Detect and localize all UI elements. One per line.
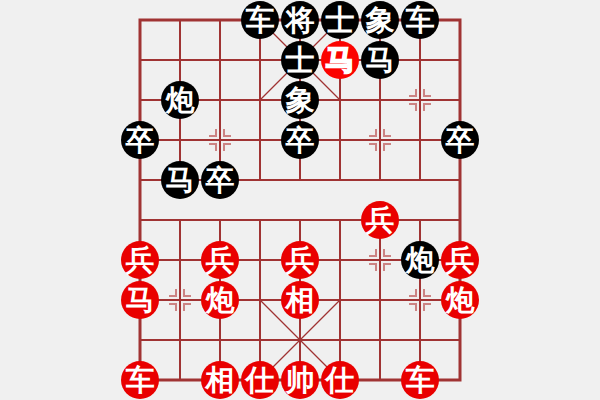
black-soldier[interactable]: 卒 [121,121,159,159]
xiangqi-board[interactable]: 车将士象车士马马炮象卒卒卒马卒兵兵兵兵炮兵马炮相炮车相仕帅仕车 [0,0,600,400]
red-soldier[interactable]: 兵 [361,201,399,239]
red-advisor[interactable]: 仕 [321,361,359,399]
black-general[interactable]: 将 [281,1,319,39]
black-advisor[interactable]: 士 [281,41,319,79]
last-move-red-horse[interactable]: 马 [321,41,359,79]
red-advisor[interactable]: 仕 [241,361,279,399]
black-cannon[interactable]: 炮 [401,241,439,279]
black-advisor[interactable]: 士 [321,1,359,39]
red-chariot[interactable]: 车 [121,361,159,399]
black-elephant[interactable]: 象 [281,81,319,119]
red-soldier[interactable]: 兵 [201,241,239,279]
red-cannon[interactable]: 炮 [441,281,479,319]
red-elephant[interactable]: 相 [281,281,319,319]
red-soldier[interactable]: 兵 [281,241,319,279]
black-soldier[interactable]: 卒 [281,121,319,159]
black-elephant[interactable]: 象 [361,1,399,39]
black-soldier[interactable]: 卒 [201,161,239,199]
black-soldier[interactable]: 卒 [441,121,479,159]
red-chariot[interactable]: 车 [401,361,439,399]
red-soldier[interactable]: 兵 [121,241,159,279]
red-soldier[interactable]: 兵 [441,241,479,279]
black-cannon[interactable]: 炮 [161,81,199,119]
black-chariot[interactable]: 车 [241,1,279,39]
black-horse[interactable]: 马 [161,161,199,199]
red-elephant[interactable]: 相 [201,361,239,399]
red-general[interactable]: 帅 [281,361,319,399]
black-chariot[interactable]: 车 [401,1,439,39]
red-cannon[interactable]: 炮 [201,281,239,319]
black-horse[interactable]: 马 [361,41,399,79]
red-horse[interactable]: 马 [121,281,159,319]
